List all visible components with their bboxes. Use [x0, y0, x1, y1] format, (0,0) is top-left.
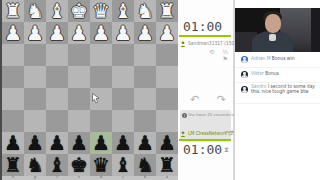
- square[interactable]: [46, 44, 68, 66]
- square[interactable]: [68, 88, 90, 110]
- move-nav: ↶ ↷: [190, 94, 226, 106]
- square[interactable]: [134, 110, 156, 132]
- square[interactable]: [112, 110, 134, 132]
- avatar: [241, 56, 248, 63]
- square[interactable]: ♞: [134, 0, 156, 22]
- file-label: a: [163, 176, 172, 178]
- square[interactable]: [24, 88, 46, 110]
- chat-list[interactable]: Adrian M Bonus winViktor BonusSandro I s…: [235, 53, 320, 104]
- notice-text-1: You have 25 seconds to: [188, 112, 235, 117]
- square[interactable]: [156, 110, 178, 132]
- square[interactable]: [2, 44, 24, 66]
- player-clock: 01:00: [183, 142, 222, 157]
- square[interactable]: [156, 44, 178, 66]
- square[interactable]: [90, 110, 112, 132]
- chat-message[interactable]: Sandro I second to some day this, nice t…: [235, 83, 320, 104]
- player-status-icon: [180, 131, 186, 137]
- file-label: g: [31, 176, 40, 178]
- stream-panel: Adrian M Bonus winViktor BonusSandro I s…: [234, 0, 320, 180]
- opponent-name: Sandman31317 (1500): [188, 41, 239, 46]
- file-label: b: [141, 176, 150, 178]
- streamer-face: [265, 14, 281, 32]
- takeback-back-icon[interactable]: ↶: [190, 94, 199, 106]
- avatar: [241, 86, 248, 93]
- square[interactable]: ♟: [112, 132, 134, 154]
- square[interactable]: [46, 88, 68, 110]
- square[interactable]: [2, 88, 24, 110]
- square[interactable]: ♟: [68, 132, 90, 154]
- game-action-icons[interactable]: ⟲ ½ ⚑: [198, 48, 231, 62]
- square[interactable]: ♚: [68, 0, 90, 22]
- game-side-panel: 01:00 Sandman31317 (1500) ⟲ ½ ⚑ ↶ ↷ i Yo…: [178, 0, 234, 180]
- square[interactable]: ♛: [90, 0, 112, 22]
- avatar: [241, 71, 248, 78]
- square[interactable]: [2, 66, 24, 88]
- hourglass-icon: ⧗: [224, 146, 229, 154]
- square[interactable]: ♜: [2, 154, 24, 176]
- square[interactable]: [90, 66, 112, 88]
- square[interactable]: ♝: [112, 154, 134, 176]
- square[interactable]: [156, 88, 178, 110]
- takeback-forward-icon[interactable]: ↷: [217, 94, 226, 106]
- mouse-cursor-icon: [92, 93, 100, 104]
- square[interactable]: ♞: [24, 154, 46, 176]
- opponent-time-bar: [179, 35, 231, 37]
- chat-text: Sandro I second to some day this, nice t…: [251, 85, 320, 94]
- chat-message[interactable]: Adrian M Bonus win: [235, 53, 320, 68]
- file-label: h: [9, 176, 18, 178]
- streamer-collar: [269, 34, 277, 42]
- square[interactable]: ♟: [90, 22, 112, 44]
- square[interactable]: ♜: [156, 154, 178, 176]
- app-window: ♜♞♝♚♛♝♞♜♟♟♟♟♟♟♟♟♟♟♟♟♟♟♟♟♜♞♝♚♛♝♞♜ hgfedcb…: [0, 0, 320, 180]
- square[interactable]: ♚: [68, 154, 90, 176]
- file-label: e: [75, 176, 84, 178]
- file-coordinates: hgfedcba: [2, 176, 178, 180]
- square[interactable]: ♛: [90, 154, 112, 176]
- square[interactable]: [68, 110, 90, 132]
- player-time-bar: [179, 139, 231, 141]
- square[interactable]: [68, 66, 90, 88]
- chess-board[interactable]: ♜♞♝♚♛♝♞♜♟♟♟♟♟♟♟♟♟♟♟♟♟♟♟♟♜♞♝♚♛♝♞♜: [2, 0, 178, 176]
- square[interactable]: ♞: [134, 154, 156, 176]
- square[interactable]: [156, 66, 178, 88]
- square[interactable]: ♟: [2, 22, 24, 44]
- square[interactable]: ♜: [2, 0, 24, 22]
- chat-text: Adrian M Bonus win: [251, 57, 320, 61]
- square[interactable]: [134, 88, 156, 110]
- square[interactable]: ♟: [68, 22, 90, 44]
- square[interactable]: [112, 44, 134, 66]
- chat-message[interactable]: Viktor Bonus: [235, 68, 320, 83]
- chat-text: Viktor Bonus: [251, 72, 320, 76]
- square[interactable]: ♟: [2, 132, 24, 154]
- square[interactable]: [46, 110, 68, 132]
- square[interactable]: ♟: [156, 132, 178, 154]
- square[interactable]: [24, 110, 46, 132]
- square[interactable]: ♝: [46, 154, 68, 176]
- square[interactable]: ♟: [134, 22, 156, 44]
- file-label: d: [97, 176, 106, 178]
- square[interactable]: ♝: [112, 0, 134, 22]
- square[interactable]: ♝: [46, 0, 68, 22]
- info-icon: i: [182, 113, 187, 118]
- square[interactable]: [2, 110, 24, 132]
- square[interactable]: [112, 88, 134, 110]
- square[interactable]: [68, 44, 90, 66]
- background-shadow: [311, 8, 320, 52]
- square[interactable]: ♟: [90, 132, 112, 154]
- square[interactable]: ♞: [24, 0, 46, 22]
- square[interactable]: [112, 66, 134, 88]
- square[interactable]: ♜: [156, 0, 178, 22]
- square[interactable]: ♟: [24, 22, 46, 44]
- square[interactable]: [134, 44, 156, 66]
- square[interactable]: [134, 66, 156, 88]
- square[interactable]: ♟: [46, 132, 68, 154]
- player-status-icon: [180, 41, 186, 47]
- square[interactable]: ♟: [46, 22, 68, 44]
- opponent-clock: 01:00: [183, 19, 222, 34]
- square[interactable]: ♟: [156, 22, 178, 44]
- square[interactable]: [90, 44, 112, 66]
- square[interactable]: ♟: [112, 22, 134, 44]
- square[interactable]: [46, 66, 68, 88]
- webcam-video[interactable]: [235, 8, 320, 52]
- square[interactable]: [24, 66, 46, 88]
- file-label: c: [119, 176, 128, 178]
- file-label: f: [53, 176, 62, 178]
- square[interactable]: ♟: [24, 132, 46, 154]
- square[interactable]: [24, 44, 46, 66]
- square[interactable]: ♟: [134, 132, 156, 154]
